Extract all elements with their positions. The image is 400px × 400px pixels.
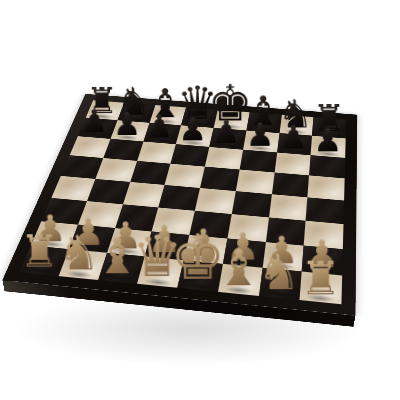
square-e6[interactable] <box>205 147 243 170</box>
square-f7[interactable]: ♟ <box>243 130 279 152</box>
square-c6[interactable] <box>137 141 176 164</box>
square-f6[interactable] <box>239 149 276 172</box>
piece-black-pawn-f7[interactable]: ♟ <box>245 118 274 150</box>
square-g5[interactable] <box>271 173 309 198</box>
square-a6[interactable] <box>70 136 111 158</box>
piece-white-bishop-f1[interactable]: ♝ <box>216 243 261 293</box>
square-f4[interactable] <box>232 191 272 217</box>
square-e5[interactable] <box>200 167 239 191</box>
square-d4[interactable] <box>159 185 200 211</box>
marble-chess-set-photo: ♜♞♝♛♚♝♞♜♟♟♟♟♟♟♟♟♟♟♟♟♟♟♟♟♜♞♝♛♚♝♞♜ <box>0 0 400 400</box>
square-a4[interactable] <box>51 176 95 201</box>
chess-board-top: ♜♞♝♛♚♝♞♜♟♟♟♟♟♟♟♟♟♟♟♟♟♟♟♟♜♞♝♛♚♝♞♜ <box>2 94 357 316</box>
piece-black-pawn-c7[interactable]: ♟ <box>145 110 174 142</box>
square-d6[interactable] <box>171 144 210 167</box>
piece-black-pawn-g7[interactable]: ♟ <box>279 121 308 153</box>
square-e7[interactable]: ♟ <box>209 128 246 150</box>
square-c5[interactable] <box>130 161 171 185</box>
square-h5[interactable] <box>308 176 345 201</box>
square-c7[interactable]: ♟ <box>143 123 181 144</box>
piece-black-pawn-e7[interactable]: ♟ <box>212 115 241 147</box>
piece-black-pawn-b7[interactable]: ♟ <box>113 108 141 140</box>
square-h7[interactable]: ♟ <box>311 136 346 158</box>
piece-white-knight-b1[interactable]: ♞ <box>57 230 99 277</box>
piece-black-pawn-h7[interactable]: ♟ <box>313 123 342 155</box>
square-g6[interactable] <box>274 152 311 175</box>
piece-white-knight-g1[interactable]: ♞ <box>258 249 301 297</box>
square-d5[interactable] <box>165 164 205 188</box>
square-g7[interactable]: ♟ <box>277 133 313 155</box>
square-e4[interactable] <box>195 188 236 214</box>
piece-black-pawn-d7[interactable]: ♟ <box>179 113 208 145</box>
piece-white-rook-h1[interactable]: ♜ <box>300 255 342 301</box>
square-h4[interactable] <box>306 197 344 224</box>
square-g4[interactable] <box>269 194 308 220</box>
piece-white-rook-a1[interactable]: ♜ <box>19 229 59 274</box>
square-f1[interactable]: ♝ <box>218 264 262 296</box>
chess-board: ♜♞♝♛♚♝♞♜♟♟♟♟♟♟♟♟♟♟♟♟♟♟♟♟♜♞♝♛♚♝♞♜ <box>2 94 357 316</box>
square-f5[interactable] <box>236 170 275 195</box>
square-g1[interactable]: ♞ <box>259 268 302 300</box>
square-b4[interactable] <box>87 179 130 204</box>
piece-black-pawn-a7[interactable]: ♟ <box>80 105 108 137</box>
square-h1[interactable]: ♜ <box>300 272 342 304</box>
